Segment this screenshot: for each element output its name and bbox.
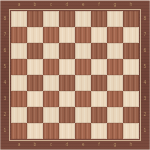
square-c2[interactable] (43, 107, 59, 123)
square-f5[interactable] (91, 59, 107, 75)
rank-label: 7 (2, 31, 8, 40)
rank-label: 1 (2, 127, 8, 136)
rank-label: 5 (2, 63, 8, 72)
rank-label: 6 (142, 47, 148, 56)
square-g2[interactable] (107, 107, 123, 123)
square-g6[interactable] (107, 43, 123, 59)
square-f8[interactable] (91, 11, 107, 27)
file-label: c (47, 2, 56, 8)
rank-label: 2 (142, 111, 148, 120)
square-d5[interactable] (59, 59, 75, 75)
rank-label: 5 (142, 63, 148, 72)
square-e1[interactable] (75, 123, 91, 139)
file-label: e (79, 142, 88, 148)
file-label: g (111, 2, 120, 8)
square-a2[interactable] (11, 107, 27, 123)
file-labels-top: abcdefgh (11, 0, 139, 10)
file-label: b (31, 2, 40, 8)
rank-label: 1 (142, 127, 148, 136)
square-h7[interactable] (123, 27, 139, 43)
rank-label: 8 (142, 15, 148, 24)
file-label: a (15, 142, 24, 148)
square-b7[interactable] (27, 27, 43, 43)
rank-label: 8 (2, 15, 8, 24)
square-h2[interactable] (123, 107, 139, 123)
square-b1[interactable] (27, 123, 43, 139)
square-b4[interactable] (27, 75, 43, 91)
chess-board: abcdefgh abcdefgh 87654321 87654321 (0, 0, 150, 150)
square-h3[interactable] (123, 91, 139, 107)
square-b3[interactable] (27, 91, 43, 107)
square-c7[interactable] (43, 27, 59, 43)
square-g4[interactable] (107, 75, 123, 91)
square-c1[interactable] (43, 123, 59, 139)
square-c6[interactable] (43, 43, 59, 59)
square-e7[interactable] (75, 27, 91, 43)
square-g8[interactable] (107, 11, 123, 27)
file-label: f (95, 142, 104, 148)
square-c4[interactable] (43, 75, 59, 91)
square-a7[interactable] (11, 27, 27, 43)
rank-label: 3 (2, 95, 8, 104)
file-label: d (63, 2, 72, 8)
rank-label: 2 (2, 111, 8, 120)
file-label: g (111, 142, 120, 148)
file-labels-bottom: abcdefgh (11, 140, 139, 150)
square-g5[interactable] (107, 59, 123, 75)
square-h5[interactable] (123, 59, 139, 75)
rank-label: 4 (2, 79, 8, 88)
square-a6[interactable] (11, 43, 27, 59)
rank-label: 6 (2, 47, 8, 56)
square-c3[interactable] (43, 91, 59, 107)
square-a3[interactable] (11, 91, 27, 107)
file-label: f (95, 2, 104, 8)
square-f7[interactable] (91, 27, 107, 43)
square-b5[interactable] (27, 59, 43, 75)
file-label: h (127, 142, 136, 148)
file-label: b (31, 142, 40, 148)
rank-label: 7 (142, 31, 148, 40)
square-e5[interactable] (75, 59, 91, 75)
square-e6[interactable] (75, 43, 91, 59)
square-f3[interactable] (91, 91, 107, 107)
file-label: d (63, 142, 72, 148)
rank-labels-left: 87654321 (0, 11, 10, 139)
square-h6[interactable] (123, 43, 139, 59)
square-f6[interactable] (91, 43, 107, 59)
rank-label: 3 (142, 95, 148, 104)
square-d6[interactable] (59, 43, 75, 59)
square-c5[interactable] (43, 59, 59, 75)
file-label: h (127, 2, 136, 8)
file-label: e (79, 2, 88, 8)
square-c8[interactable] (43, 11, 59, 27)
square-f1[interactable] (91, 123, 107, 139)
square-b2[interactable] (27, 107, 43, 123)
square-a5[interactable] (11, 59, 27, 75)
rank-labels-right: 87654321 (140, 11, 150, 139)
square-h8[interactable] (123, 11, 139, 27)
square-d1[interactable] (59, 123, 75, 139)
square-b8[interactable] (27, 11, 43, 27)
square-d3[interactable] (59, 91, 75, 107)
square-d8[interactable] (59, 11, 75, 27)
square-e4[interactable] (75, 75, 91, 91)
square-d4[interactable] (59, 75, 75, 91)
square-e3[interactable] (75, 91, 91, 107)
square-d2[interactable] (59, 107, 75, 123)
square-b6[interactable] (27, 43, 43, 59)
square-e2[interactable] (75, 107, 91, 123)
square-f2[interactable] (91, 107, 107, 123)
square-a8[interactable] (11, 11, 27, 27)
square-g7[interactable] (107, 27, 123, 43)
square-g3[interactable] (107, 91, 123, 107)
square-d7[interactable] (59, 27, 75, 43)
file-label: a (15, 2, 24, 8)
square-h4[interactable] (123, 75, 139, 91)
square-e8[interactable] (75, 11, 91, 27)
square-g1[interactable] (107, 123, 123, 139)
rank-label: 4 (142, 79, 148, 88)
square-h1[interactable] (123, 123, 139, 139)
square-a1[interactable] (11, 123, 27, 139)
board-squares (11, 11, 139, 139)
file-label: c (47, 142, 56, 148)
square-a4[interactable] (11, 75, 27, 91)
square-f4[interactable] (91, 75, 107, 91)
